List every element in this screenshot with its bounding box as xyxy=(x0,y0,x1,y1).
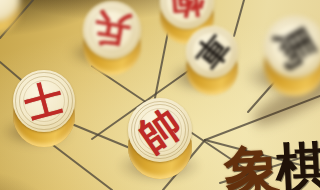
cannon-glyph: 炮 xyxy=(169,0,206,20)
piece-red-general[interactable]: 帥 xyxy=(128,98,192,162)
horse-glyph: 馬 xyxy=(269,21,320,73)
piece-face: 馬 xyxy=(264,16,320,78)
piece-red-soldier[interactable]: 兵 xyxy=(83,1,141,59)
watermark-xiangqi-calligraphy: 象棋 xyxy=(222,131,320,190)
piece-unidentified-edge[interactable] xyxy=(0,0,20,22)
piece-face: 帥 xyxy=(128,98,192,162)
piece-red-cannon[interactable]: 炮 xyxy=(160,0,214,29)
piece-face: 兵 xyxy=(83,1,141,59)
general-glyph: 帥 xyxy=(132,102,188,158)
piece-black-chariot[interactable]: 車 xyxy=(186,26,238,78)
piece-face: 士 xyxy=(13,70,75,132)
chariot-glyph: 車 xyxy=(189,29,234,74)
advisor-glyph: 士 xyxy=(21,78,68,125)
soldier-glyph: 兵 xyxy=(91,9,133,51)
watermark-char-qi: 棋 xyxy=(274,131,320,190)
watermark-char-xiang: 象 xyxy=(222,137,277,190)
piece-black-horse[interactable]: 馬 xyxy=(264,16,320,78)
xiangqi-board-photo: 炮 兵 車 馬 士 xyxy=(0,0,320,190)
piece-face: 車 xyxy=(186,26,238,78)
piece-red-advisor[interactable]: 士 xyxy=(13,70,75,132)
